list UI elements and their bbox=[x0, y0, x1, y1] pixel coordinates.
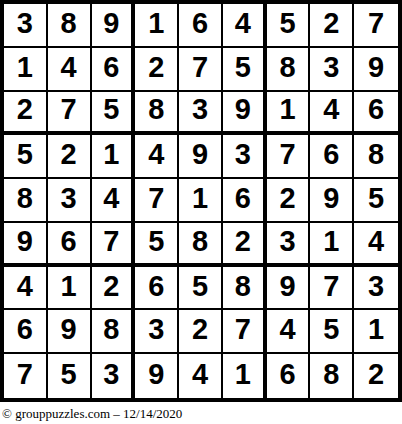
sudoku-cell-r7c3: 2 bbox=[92, 267, 136, 311]
sudoku-cell-r3c2: 7 bbox=[48, 92, 92, 136]
sudoku-cell-r6c1: 9 bbox=[4, 223, 48, 267]
sudoku-cell-r9c6: 1 bbox=[223, 354, 267, 398]
sudoku-cell-r8c2: 9 bbox=[48, 310, 92, 354]
sudoku-cell-r3c1: 2 bbox=[4, 92, 48, 136]
sudoku-cell-r2c6: 5 bbox=[223, 48, 267, 92]
sudoku-cell-r2c3: 6 bbox=[92, 48, 136, 92]
sudoku-cell-r6c8: 1 bbox=[310, 223, 354, 267]
sudoku-cell-r9c3: 3 bbox=[92, 354, 136, 398]
sudoku-cell-r6c6: 2 bbox=[223, 223, 267, 267]
sudoku-cell-r6c2: 6 bbox=[48, 223, 92, 267]
copyright-footer: © grouppuzzles.com – 12/14/2020 bbox=[0, 402, 402, 422]
sudoku-cell-r6c7: 3 bbox=[267, 223, 311, 267]
sudoku-cell-r9c7: 6 bbox=[267, 354, 311, 398]
sudoku-cell-r3c4: 8 bbox=[135, 92, 179, 136]
sudoku-cell-r9c8: 8 bbox=[310, 354, 354, 398]
sudoku-cell-r8c1: 6 bbox=[4, 310, 48, 354]
sudoku-cell-r2c1: 1 bbox=[4, 48, 48, 92]
sudoku-cell-r7c8: 7 bbox=[310, 267, 354, 311]
sudoku-cell-r1c2: 8 bbox=[48, 4, 92, 48]
sudoku-cell-r2c5: 7 bbox=[179, 48, 223, 92]
sudoku-cell-r8c9: 1 bbox=[354, 310, 398, 354]
sudoku-cell-r4c9: 8 bbox=[354, 135, 398, 179]
sudoku-cell-r9c4: 9 bbox=[135, 354, 179, 398]
sudoku-cell-r3c5: 3 bbox=[179, 92, 223, 136]
sudoku-cell-r5c5: 1 bbox=[179, 179, 223, 223]
sudoku-cell-r8c8: 5 bbox=[310, 310, 354, 354]
sudoku-cell-r5c3: 4 bbox=[92, 179, 136, 223]
sudoku-cell-r4c6: 3 bbox=[223, 135, 267, 179]
sudoku-cell-r2c7: 8 bbox=[267, 48, 311, 92]
sudoku-cell-r4c2: 2 bbox=[48, 135, 92, 179]
sudoku-cell-r4c3: 1 bbox=[92, 135, 136, 179]
sudoku-cell-r4c8: 6 bbox=[310, 135, 354, 179]
sudoku-cell-r7c1: 4 bbox=[4, 267, 48, 311]
sudoku-cell-r5c4: 7 bbox=[135, 179, 179, 223]
sudoku-cell-r1c7: 5 bbox=[267, 4, 311, 48]
sudoku-cell-r4c4: 4 bbox=[135, 135, 179, 179]
sudoku-cell-r3c3: 5 bbox=[92, 92, 136, 136]
sudoku-cell-r9c9: 2 bbox=[354, 354, 398, 398]
sudoku-cell-r5c9: 5 bbox=[354, 179, 398, 223]
sudoku-cell-r1c3: 9 bbox=[92, 4, 136, 48]
sudoku-cell-r3c8: 4 bbox=[310, 92, 354, 136]
sudoku-cell-r2c8: 3 bbox=[310, 48, 354, 92]
sudoku-cell-r8c4: 3 bbox=[135, 310, 179, 354]
sudoku-cell-r6c4: 5 bbox=[135, 223, 179, 267]
sudoku-cell-r5c7: 2 bbox=[267, 179, 311, 223]
sudoku-cell-r3c6: 9 bbox=[223, 92, 267, 136]
sudoku-cell-r9c2: 5 bbox=[48, 354, 92, 398]
sudoku-cell-r7c4: 6 bbox=[135, 267, 179, 311]
sudoku-cell-r2c9: 9 bbox=[354, 48, 398, 92]
sudoku-cell-r7c7: 9 bbox=[267, 267, 311, 311]
sudoku-cell-r5c6: 6 bbox=[223, 179, 267, 223]
sudoku-cell-r1c9: 7 bbox=[354, 4, 398, 48]
sudoku-cell-r5c8: 9 bbox=[310, 179, 354, 223]
sudoku-cell-r1c4: 1 bbox=[135, 4, 179, 48]
sudoku-cell-r3c9: 6 bbox=[354, 92, 398, 136]
sudoku-cell-r1c5: 6 bbox=[179, 4, 223, 48]
sudoku-cell-r8c6: 7 bbox=[223, 310, 267, 354]
sudoku-cell-r6c3: 7 bbox=[92, 223, 136, 267]
sudoku-page: 3891645271462758392758391465214937688347… bbox=[0, 0, 402, 424]
sudoku-cell-r2c4: 2 bbox=[135, 48, 179, 92]
sudoku-board: 3891645271462758392758391465214937688347… bbox=[0, 0, 402, 402]
sudoku-cell-r1c1: 3 bbox=[4, 4, 48, 48]
sudoku-cell-r6c9: 4 bbox=[354, 223, 398, 267]
sudoku-cell-r7c2: 1 bbox=[48, 267, 92, 311]
sudoku-cell-r7c9: 3 bbox=[354, 267, 398, 311]
sudoku-cell-r4c5: 9 bbox=[179, 135, 223, 179]
sudoku-cell-r1c6: 4 bbox=[223, 4, 267, 48]
sudoku-cell-r5c2: 3 bbox=[48, 179, 92, 223]
sudoku-cell-r5c1: 8 bbox=[4, 179, 48, 223]
sudoku-cell-r7c5: 5 bbox=[179, 267, 223, 311]
sudoku-cell-r9c5: 4 bbox=[179, 354, 223, 398]
sudoku-cell-r9c1: 7 bbox=[4, 354, 48, 398]
sudoku-cell-r8c7: 4 bbox=[267, 310, 311, 354]
sudoku-cell-r7c6: 8 bbox=[223, 267, 267, 311]
sudoku-cell-r3c7: 1 bbox=[267, 92, 311, 136]
sudoku-cell-r2c2: 4 bbox=[48, 48, 92, 92]
sudoku-cell-r1c8: 2 bbox=[310, 4, 354, 48]
sudoku-cell-r6c5: 8 bbox=[179, 223, 223, 267]
sudoku-cell-r4c1: 5 bbox=[4, 135, 48, 179]
sudoku-cell-r4c7: 7 bbox=[267, 135, 311, 179]
sudoku-cell-r8c5: 2 bbox=[179, 310, 223, 354]
sudoku-cell-r8c3: 8 bbox=[92, 310, 136, 354]
